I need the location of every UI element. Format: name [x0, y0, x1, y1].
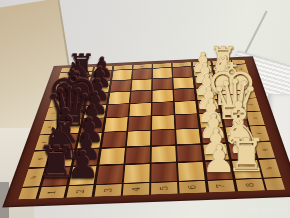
board-square	[73, 149, 99, 166]
board-square	[42, 167, 71, 186]
board-square	[173, 67, 192, 78]
board-square	[77, 133, 102, 149]
coordinate-label: d	[50, 112, 57, 114]
board-square	[177, 145, 202, 162]
board-square	[152, 130, 175, 146]
chess-board-frame: 12345678aabbccddeeffgghh12345678	[2, 56, 290, 207]
coordinate-label: 3	[102, 188, 115, 193]
coordinate-label: 1	[46, 190, 59, 195]
board-square	[132, 79, 152, 90]
board-square	[86, 93, 108, 105]
board-square	[215, 75, 237, 86]
frame-cell: d	[45, 107, 63, 120]
frame-cell	[18, 187, 39, 199]
board-square	[176, 129, 200, 145]
board-square	[69, 166, 97, 185]
frame-cell: g	[254, 142, 275, 159]
board-square	[61, 106, 85, 119]
board-square	[57, 119, 82, 133]
coordinate-label: b	[241, 79, 247, 81]
board-wrapper: 12345678aabbccddeeffgghh12345678	[0, 0, 290, 218]
coordinate-label: 5	[158, 186, 171, 191]
board-square	[84, 105, 107, 118]
frame-cell: 8	[236, 179, 265, 191]
board-square	[96, 165, 123, 184]
coordinate-label: 1	[81, 69, 86, 70]
coordinate-label: g	[36, 158, 44, 161]
board-square	[174, 89, 195, 101]
board-square	[232, 160, 261, 179]
board-square	[176, 114, 199, 128]
frame-cell: b	[53, 83, 69, 94]
coordinate-label: 2	[73, 189, 86, 194]
frame-cell: 5	[151, 182, 177, 194]
board-square	[153, 78, 173, 89]
board-square	[71, 72, 92, 83]
coordinate-label: h	[30, 176, 38, 179]
board-square	[47, 150, 74, 167]
board-square	[108, 92, 129, 104]
board-square	[128, 116, 150, 130]
frame-cell	[264, 178, 285, 190]
board-square	[175, 101, 197, 114]
board-square	[65, 94, 88, 106]
coordinate-label: c	[244, 91, 250, 93]
coordinate-label: e	[252, 117, 259, 119]
board-square	[112, 70, 132, 81]
board-square	[104, 117, 127, 131]
board-square	[102, 132, 126, 148]
board-square	[106, 104, 128, 117]
board-square	[132, 69, 151, 80]
board-square	[89, 81, 110, 92]
board-square	[125, 147, 149, 164]
frame-cell: e	[40, 120, 59, 134]
board-square	[80, 118, 104, 132]
board-square	[110, 80, 130, 91]
board-perspective: 12345678aabbccddeeffgghh12345678	[2, 56, 290, 207]
frame-cell: a	[57, 72, 72, 82]
chess-board-grid: 12345678aabbccddeeffgghh12345678	[18, 60, 285, 200]
frame-cell: b	[236, 75, 252, 86]
board-square	[197, 100, 220, 113]
board-square	[205, 161, 233, 180]
frame-cell: d	[242, 98, 260, 111]
frame-cell: 6	[179, 181, 206, 193]
board-square	[174, 77, 194, 88]
board-square	[222, 112, 247, 126]
board-square	[193, 66, 213, 77]
coordinate-label: d	[248, 104, 255, 106]
board-square	[228, 143, 256, 160]
board-square	[99, 148, 124, 165]
board-square	[129, 103, 150, 116]
board-square	[152, 102, 173, 115]
coordinate-label: h	[265, 167, 273, 170]
board-square	[213, 65, 234, 76]
board-square	[178, 162, 205, 181]
coordinate-label: a	[238, 68, 244, 70]
frame-cell: 7	[207, 180, 235, 192]
coordinate-label: 2	[101, 68, 106, 69]
frame-cell: f	[250, 126, 270, 141]
board-square	[152, 163, 177, 182]
board-square	[131, 91, 151, 103]
board-square	[153, 90, 173, 102]
coordinate-label: g	[260, 149, 268, 152]
frame-cell: c	[239, 86, 256, 98]
board-square	[217, 87, 240, 99]
frame-cell: 1	[38, 186, 66, 198]
coordinate-label: 5	[160, 65, 165, 66]
watermark-text: bazos.sk	[248, 206, 288, 216]
frame-cell: 3	[94, 184, 121, 196]
coordinate-label: 8	[243, 183, 257, 188]
coordinate-label: 7	[215, 184, 228, 189]
board-square	[199, 113, 223, 127]
frame-cell: e	[246, 112, 265, 126]
frame-cell: 2	[66, 185, 94, 197]
board-square	[127, 131, 150, 147]
board-square	[201, 128, 226, 144]
board-square	[152, 115, 174, 129]
coordinate-label: 8	[219, 62, 224, 63]
board-square	[92, 71, 112, 82]
coordinate-label: 4	[140, 66, 145, 67]
frame-cell: 4	[123, 183, 149, 195]
coordinate-label: 7	[199, 63, 204, 64]
coordinate-label: a	[62, 77, 68, 79]
coordinate-label: f	[256, 133, 263, 134]
coordinate-label: 6	[180, 64, 185, 65]
board-square	[124, 164, 150, 183]
board-square	[153, 68, 172, 79]
board-square	[196, 88, 218, 100]
board-square	[203, 144, 229, 161]
frame-cell: c	[49, 95, 66, 107]
frame-cell: a	[233, 64, 249, 74]
coordinate-label: f	[41, 142, 48, 143]
coordinate-label: 4	[130, 187, 143, 192]
coordinate-label: c	[55, 100, 61, 102]
coordinate-label: b	[58, 88, 64, 90]
coordinate-label: 3	[120, 67, 125, 68]
board-square	[194, 76, 215, 87]
frame-cell: h	[259, 159, 281, 177]
board-square	[52, 134, 78, 150]
board-square	[225, 127, 251, 143]
coordinate-label: 6	[186, 185, 199, 190]
chess-set-photo: 12345678aabbccddeeffgghh12345678 ♜♟♟♜♞♟♟…	[0, 0, 290, 218]
board-square	[68, 82, 90, 93]
board-square	[152, 146, 176, 163]
board-square	[220, 99, 244, 112]
coordinate-label: e	[46, 126, 53, 128]
